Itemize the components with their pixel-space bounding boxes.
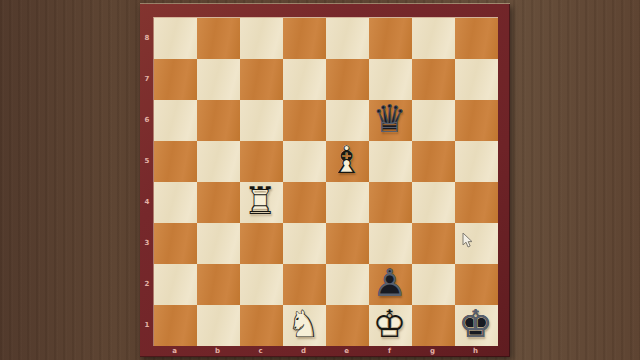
rank-label-4: 4 — [142, 197, 152, 207]
white-rook-outline-glyph: ♖ — [239, 181, 282, 222]
square-c5[interactable] — [240, 141, 283, 182]
square-g2[interactable] — [412, 264, 455, 305]
square-d2[interactable] — [283, 264, 326, 305]
square-g8[interactable] — [412, 18, 455, 59]
file-label-a: a — [153, 346, 196, 356]
square-c8[interactable] — [240, 18, 283, 59]
black-pawn[interactable]: ♟♙ — [368, 263, 411, 304]
white-knight[interactable]: ♞♘ — [282, 304, 325, 345]
square-c2[interactable] — [240, 264, 283, 305]
square-e7[interactable] — [326, 59, 369, 100]
file-label-h: h — [454, 346, 497, 356]
rank-label-8: 8 — [142, 33, 152, 43]
square-g5[interactable] — [412, 141, 455, 182]
square-b2[interactable] — [197, 264, 240, 305]
square-f5[interactable] — [369, 141, 412, 182]
black-pawn-outline-glyph: ♙ — [368, 263, 411, 304]
square-e8[interactable] — [326, 18, 369, 59]
square-b8[interactable] — [197, 18, 240, 59]
square-a4[interactable] — [154, 182, 197, 223]
file-label-d: d — [282, 346, 325, 356]
square-b3[interactable] — [197, 223, 240, 264]
square-b1[interactable] — [197, 305, 240, 346]
square-g3[interactable] — [412, 223, 455, 264]
rank-label-6: 6 — [142, 115, 152, 125]
square-a7[interactable] — [154, 59, 197, 100]
square-g4[interactable] — [412, 182, 455, 223]
file-label-g: g — [411, 346, 454, 356]
rank-label-7: 7 — [142, 74, 152, 84]
square-g6[interactable] — [412, 100, 455, 141]
square-d4[interactable] — [283, 182, 326, 223]
square-g1[interactable] — [412, 305, 455, 346]
square-c3[interactable] — [240, 223, 283, 264]
white-king[interactable]: ♚♔ — [368, 304, 411, 345]
square-d3[interactable] — [283, 223, 326, 264]
square-f7[interactable] — [369, 59, 412, 100]
mouse-cursor-icon — [462, 233, 474, 249]
square-e1[interactable] — [326, 305, 369, 346]
file-label-b: b — [196, 346, 239, 356]
square-f4[interactable] — [369, 182, 412, 223]
square-c1[interactable] — [240, 305, 283, 346]
square-e4[interactable] — [326, 182, 369, 223]
chess-board-frame: 87654321 abcdefgh ♛♕♝♗♜♖♟♙♞♘♚♔♚♔ — [140, 4, 510, 357]
square-d5[interactable] — [283, 141, 326, 182]
file-label-c: c — [239, 346, 282, 356]
black-king-outline-glyph: ♔ — [454, 304, 497, 345]
square-b6[interactable] — [197, 100, 240, 141]
square-d7[interactable] — [283, 59, 326, 100]
rank-label-3: 3 — [142, 238, 152, 248]
square-e2[interactable] — [326, 264, 369, 305]
square-d8[interactable] — [283, 18, 326, 59]
desktop-background: 87654321 abcdefgh ♛♕♝♗♜♖♟♙♞♘♚♔♚♔ — [0, 0, 640, 360]
square-a6[interactable] — [154, 100, 197, 141]
square-g7[interactable] — [412, 59, 455, 100]
square-h4[interactable] — [455, 182, 498, 223]
black-queen[interactable]: ♛♕ — [368, 99, 411, 140]
chess-board — [153, 17, 498, 346]
square-b7[interactable] — [197, 59, 240, 100]
square-h2[interactable] — [455, 264, 498, 305]
white-bishop-outline-glyph: ♗ — [325, 140, 368, 181]
square-c7[interactable] — [240, 59, 283, 100]
black-king[interactable]: ♚♔ — [454, 304, 497, 345]
square-d6[interactable] — [283, 100, 326, 141]
square-f3[interactable] — [369, 223, 412, 264]
square-a8[interactable] — [154, 18, 197, 59]
white-knight-outline-glyph: ♘ — [282, 304, 325, 345]
white-rook[interactable]: ♜♖ — [239, 181, 282, 222]
square-a1[interactable] — [154, 305, 197, 346]
white-king-outline-glyph: ♔ — [368, 304, 411, 345]
rank-label-2: 2 — [142, 279, 152, 289]
black-queen-outline-glyph: ♕ — [368, 99, 411, 140]
square-e6[interactable] — [326, 100, 369, 141]
white-bishop[interactable]: ♝♗ — [325, 140, 368, 181]
square-e3[interactable] — [326, 223, 369, 264]
square-a3[interactable] — [154, 223, 197, 264]
square-a5[interactable] — [154, 141, 197, 182]
file-label-f: f — [368, 346, 411, 356]
square-a2[interactable] — [154, 264, 197, 305]
square-f8[interactable] — [369, 18, 412, 59]
square-b4[interactable] — [197, 182, 240, 223]
rank-label-1: 1 — [142, 320, 152, 330]
file-label-e: e — [325, 346, 368, 356]
square-h5[interactable] — [455, 141, 498, 182]
square-b5[interactable] — [197, 141, 240, 182]
square-h8[interactable] — [455, 18, 498, 59]
square-c6[interactable] — [240, 100, 283, 141]
square-h7[interactable] — [455, 59, 498, 100]
rank-label-5: 5 — [142, 156, 152, 166]
square-h6[interactable] — [455, 100, 498, 141]
